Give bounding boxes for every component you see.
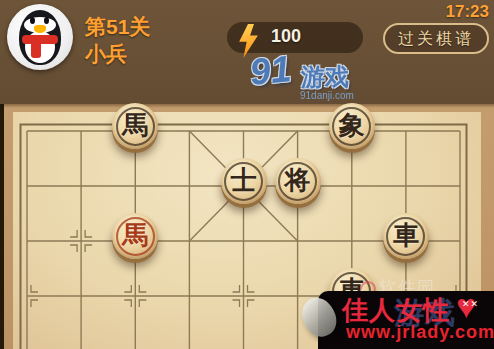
piece-black-elephant[interactable]: 象 xyxy=(329,103,375,149)
level-info: 第51关 小兵 xyxy=(85,14,150,66)
jrlady-url: www.jrlady.com xyxy=(346,322,494,343)
penguin-eye xyxy=(30,17,35,24)
piece-glyph: 象 xyxy=(329,103,375,148)
piece-red-horse[interactable]: 馬 xyxy=(112,213,158,259)
jrlady-watermark: 游戏 佳人女性 ♥ ✕✕ www.jrlady.com xyxy=(318,291,494,349)
piece-black-advisor[interactable]: 士 xyxy=(221,158,267,204)
energy-counter[interactable]: 100 xyxy=(227,22,363,53)
piece-glyph: 士 xyxy=(221,158,267,203)
piece-glyph: 将 xyxy=(275,158,321,203)
level-name: 小兵 xyxy=(85,41,150,66)
penguin-eye xyxy=(44,17,49,24)
game-screen: 馬象士将馬車車 第51关 小兵 100 过关棋谱 17:23 91 游戏 91d… xyxy=(0,0,494,349)
piece-glyph: 車 xyxy=(383,213,429,258)
piece-glyph: 馬 xyxy=(112,213,158,258)
system-clock: 17:23 xyxy=(446,2,489,22)
pass-manual-button[interactable]: 过关棋谱 xyxy=(383,23,489,54)
penguin-beak xyxy=(34,25,46,33)
piece-black-horse[interactable]: 馬 xyxy=(112,103,158,149)
energy-value: 100 xyxy=(271,26,301,47)
piece-glyph: 馬 xyxy=(112,103,158,148)
level-number: 第51关 xyxy=(85,14,150,39)
piece-black-general[interactable]: 将 xyxy=(275,158,321,204)
piece-black-chariot[interactable]: 車 xyxy=(383,213,429,259)
player-avatar[interactable] xyxy=(7,4,73,70)
